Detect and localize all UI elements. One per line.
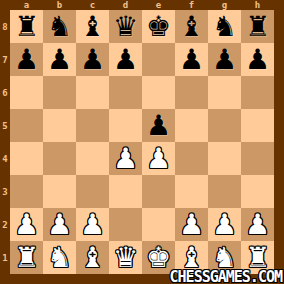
square-h3[interactable] <box>241 175 274 208</box>
chess-board: ♜♞♝♛♚♝♞♜♟♟♟♟♟♟♟♟♟♟♟♟♟♟♟♟♜♞♝♛♚♝♞♜ <box>10 10 274 274</box>
square-b1[interactable]: ♞ <box>43 241 76 274</box>
square-e5[interactable]: ♟ <box>142 109 175 142</box>
square-b3[interactable] <box>43 175 76 208</box>
piece-black-pawn[interactable]: ♟ <box>14 43 39 76</box>
square-d8[interactable]: ♛ <box>109 10 142 43</box>
rank-label-4: 4 <box>0 142 10 175</box>
square-h8[interactable]: ♜ <box>241 10 274 43</box>
square-g8[interactable]: ♞ <box>208 10 241 43</box>
square-c6[interactable] <box>76 76 109 109</box>
square-d6[interactable] <box>109 76 142 109</box>
square-d7[interactable]: ♟ <box>109 43 142 76</box>
square-d1[interactable]: ♛ <box>109 241 142 274</box>
square-f5[interactable] <box>175 109 208 142</box>
piece-black-knight[interactable]: ♞ <box>47 10 72 43</box>
piece-white-pawn[interactable]: ♟ <box>245 208 270 241</box>
file-label-d: d <box>109 0 142 10</box>
piece-white-pawn[interactable]: ♟ <box>113 142 138 175</box>
piece-black-bishop[interactable]: ♝ <box>179 10 204 43</box>
chess-board-frame: abcdefgh 87654321 ♜♞♝♛♚♝♞♜♟♟♟♟♟♟♟♟♟♟♟♟♟♟… <box>0 0 284 284</box>
piece-black-pawn[interactable]: ♟ <box>179 43 204 76</box>
square-b7[interactable]: ♟ <box>43 43 76 76</box>
square-c8[interactable]: ♝ <box>76 10 109 43</box>
square-h6[interactable] <box>241 76 274 109</box>
square-h4[interactable] <box>241 142 274 175</box>
file-label-a: a <box>10 0 43 10</box>
square-c4[interactable] <box>76 142 109 175</box>
square-a4[interactable] <box>10 142 43 175</box>
piece-white-pawn[interactable]: ♟ <box>80 208 105 241</box>
square-c7[interactable]: ♟ <box>76 43 109 76</box>
file-label-f: f <box>175 0 208 10</box>
piece-black-pawn[interactable]: ♟ <box>245 43 270 76</box>
rank-label-8: 8 <box>0 10 10 43</box>
file-label-h: h <box>241 0 274 10</box>
file-label-c: c <box>76 0 109 10</box>
rank-label-5: 5 <box>0 109 10 142</box>
square-h2[interactable]: ♟ <box>241 208 274 241</box>
piece-black-bishop[interactable]: ♝ <box>80 10 105 43</box>
rank-labels: 87654321 <box>0 10 10 274</box>
piece-black-pawn[interactable]: ♟ <box>212 43 237 76</box>
square-a6[interactable] <box>10 76 43 109</box>
square-c3[interactable] <box>76 175 109 208</box>
piece-black-pawn[interactable]: ♟ <box>146 109 171 142</box>
piece-black-pawn[interactable]: ♟ <box>47 43 72 76</box>
square-d4[interactable]: ♟ <box>109 142 142 175</box>
piece-black-pawn[interactable]: ♟ <box>80 43 105 76</box>
square-d3[interactable] <box>109 175 142 208</box>
square-g4[interactable] <box>208 142 241 175</box>
square-e3[interactable] <box>142 175 175 208</box>
rank-label-7: 7 <box>0 43 10 76</box>
square-g6[interactable] <box>208 76 241 109</box>
square-h7[interactable]: ♟ <box>241 43 274 76</box>
square-a2[interactable]: ♟ <box>10 208 43 241</box>
square-f2[interactable]: ♟ <box>175 208 208 241</box>
square-a1[interactable]: ♜ <box>10 241 43 274</box>
file-label-g: g <box>208 0 241 10</box>
square-g3[interactable] <box>208 175 241 208</box>
piece-white-pawn[interactable]: ♟ <box>179 208 204 241</box>
square-a3[interactable] <box>10 175 43 208</box>
square-b2[interactable]: ♟ <box>43 208 76 241</box>
piece-white-pawn[interactable]: ♟ <box>212 208 237 241</box>
piece-black-queen[interactable]: ♛ <box>113 10 138 43</box>
chessgames-watermark: CHESSGAMES.COM <box>170 270 282 284</box>
rank-label-3: 3 <box>0 175 10 208</box>
piece-black-pawn[interactable]: ♟ <box>113 43 138 76</box>
square-c2[interactable]: ♟ <box>76 208 109 241</box>
square-b6[interactable] <box>43 76 76 109</box>
square-f6[interactable] <box>175 76 208 109</box>
square-d2[interactable] <box>109 208 142 241</box>
piece-white-bishop[interactable]: ♝ <box>80 241 105 274</box>
square-b8[interactable]: ♞ <box>43 10 76 43</box>
square-e8[interactable]: ♚ <box>142 10 175 43</box>
rank-label-6: 6 <box>0 76 10 109</box>
square-g7[interactable]: ♟ <box>208 43 241 76</box>
file-label-e: e <box>142 0 175 10</box>
piece-white-knight[interactable]: ♞ <box>47 241 72 274</box>
square-h5[interactable] <box>241 109 274 142</box>
square-b4[interactable] <box>43 142 76 175</box>
square-f3[interactable] <box>175 175 208 208</box>
piece-black-knight[interactable]: ♞ <box>212 10 237 43</box>
square-a8[interactable]: ♜ <box>10 10 43 43</box>
square-e4[interactable]: ♟ <box>142 142 175 175</box>
square-e2[interactable] <box>142 208 175 241</box>
square-f8[interactable]: ♝ <box>175 10 208 43</box>
piece-white-queen[interactable]: ♛ <box>113 241 138 274</box>
square-f4[interactable] <box>175 142 208 175</box>
piece-white-pawn[interactable]: ♟ <box>146 142 171 175</box>
rank-label-1: 1 <box>0 241 10 274</box>
piece-black-rook[interactable]: ♜ <box>14 10 39 43</box>
square-g2[interactable]: ♟ <box>208 208 241 241</box>
square-d5[interactable] <box>109 109 142 142</box>
piece-white-rook[interactable]: ♜ <box>14 241 39 274</box>
square-c1[interactable]: ♝ <box>76 241 109 274</box>
piece-white-pawn[interactable]: ♟ <box>14 208 39 241</box>
piece-black-king[interactable]: ♚ <box>146 10 171 43</box>
file-label-b: b <box>43 0 76 10</box>
square-e6[interactable] <box>142 76 175 109</box>
square-a7[interactable]: ♟ <box>10 43 43 76</box>
square-c5[interactable] <box>76 109 109 142</box>
square-f7[interactable]: ♟ <box>175 43 208 76</box>
rank-label-2: 2 <box>0 208 10 241</box>
piece-white-king[interactable]: ♚ <box>146 241 171 274</box>
square-g5[interactable] <box>208 109 241 142</box>
piece-black-rook[interactable]: ♜ <box>245 10 270 43</box>
square-a5[interactable] <box>10 109 43 142</box>
file-labels: abcdefgh <box>10 0 274 10</box>
square-e7[interactable] <box>142 43 175 76</box>
piece-white-pawn[interactable]: ♟ <box>47 208 72 241</box>
square-b5[interactable] <box>43 109 76 142</box>
